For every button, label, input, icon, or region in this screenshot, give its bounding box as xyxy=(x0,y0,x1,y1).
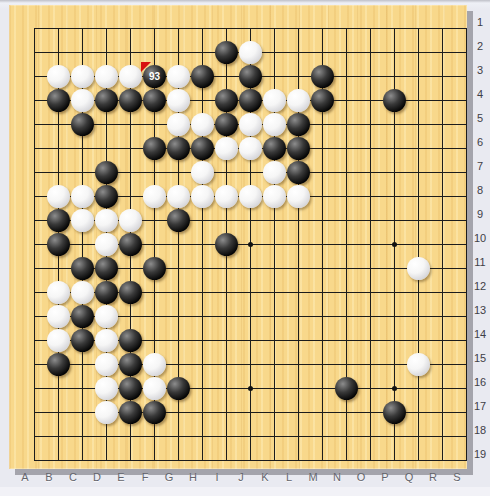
stone-black-M3 xyxy=(311,65,334,88)
stone-white-Q15 xyxy=(407,353,430,376)
stone-white-J2 xyxy=(239,41,262,64)
row-label-18: 18 xyxy=(471,424,489,436)
stone-black-M4 xyxy=(311,89,334,112)
go-board-window: 93 ABCDEFGHIJKLMNOPQRS 12345678910111213… xyxy=(0,0,490,496)
column-label-C: C xyxy=(65,471,81,483)
row-label-13: 13 xyxy=(471,304,489,316)
stone-black-I2 xyxy=(215,41,238,64)
grid-line-horizontal xyxy=(34,436,467,437)
column-label-N: N xyxy=(329,471,345,483)
go-board: 93 xyxy=(9,5,467,469)
stone-black-E16 xyxy=(119,377,142,400)
stone-black-I4 xyxy=(215,89,238,112)
grid-line-vertical xyxy=(466,28,467,461)
column-label-H: H xyxy=(185,471,201,483)
stone-white-D16 xyxy=(95,377,118,400)
stone-white-K4 xyxy=(263,89,286,112)
stone-black-D7 xyxy=(95,161,118,184)
stone-white-C8 xyxy=(71,185,94,208)
stone-black-J4 xyxy=(239,89,262,112)
star-point-J10 xyxy=(248,242,253,247)
column-label-G: G xyxy=(161,471,177,483)
row-label-4: 4 xyxy=(471,88,489,100)
stone-white-G8 xyxy=(167,185,190,208)
row-label-9: 9 xyxy=(471,208,489,220)
column-label-P: P xyxy=(377,471,393,483)
stone-white-G4 xyxy=(167,89,190,112)
row-label-1: 1 xyxy=(471,16,489,28)
stone-black-G9 xyxy=(167,209,190,232)
column-label-O: O xyxy=(353,471,369,483)
stone-white-D17 xyxy=(95,401,118,424)
stone-black-F3: 93 xyxy=(143,65,166,88)
stone-white-D13 xyxy=(95,305,118,328)
stone-black-K6 xyxy=(263,137,286,160)
stone-black-C13 xyxy=(71,305,94,328)
stone-black-L6 xyxy=(287,137,310,160)
stone-black-I10 xyxy=(215,233,238,256)
stone-white-F16 xyxy=(143,377,166,400)
row-label-11: 11 xyxy=(471,256,489,268)
stone-black-D11 xyxy=(95,257,118,280)
stone-white-H7 xyxy=(191,161,214,184)
stone-black-F11 xyxy=(143,257,166,280)
row-label-17: 17 xyxy=(471,400,489,412)
row-label-5: 5 xyxy=(471,112,489,124)
stone-black-P4 xyxy=(383,89,406,112)
stone-black-B10 xyxy=(47,233,70,256)
column-label-J: J xyxy=(233,471,249,483)
column-label-K: K xyxy=(257,471,273,483)
stone-black-E10 xyxy=(119,233,142,256)
column-label-R: R xyxy=(425,471,441,483)
stone-black-H6 xyxy=(191,137,214,160)
stone-white-D10 xyxy=(95,233,118,256)
column-label-M: M xyxy=(305,471,321,483)
column-label-A: A xyxy=(17,471,33,483)
row-label-7: 7 xyxy=(471,160,489,172)
stone-white-L4 xyxy=(287,89,310,112)
stone-white-B8 xyxy=(47,185,70,208)
stone-white-H5 xyxy=(191,113,214,136)
stone-black-D4 xyxy=(95,89,118,112)
stone-white-E9 xyxy=(119,209,142,232)
stone-white-F15 xyxy=(143,353,166,376)
stone-white-K8 xyxy=(263,185,286,208)
column-label-Q: Q xyxy=(401,471,417,483)
stone-black-B4 xyxy=(47,89,70,112)
stone-black-E15 xyxy=(119,353,142,376)
stone-white-D9 xyxy=(95,209,118,232)
stone-white-J6 xyxy=(239,137,262,160)
stone-black-G6 xyxy=(167,137,190,160)
row-label-10: 10 xyxy=(471,232,489,244)
stone-white-J8 xyxy=(239,185,262,208)
stone-white-C3 xyxy=(71,65,94,88)
column-label-F: F xyxy=(137,471,153,483)
stone-white-J5 xyxy=(239,113,262,136)
stone-white-C9 xyxy=(71,209,94,232)
stone-black-G16 xyxy=(167,377,190,400)
stone-black-F4 xyxy=(143,89,166,112)
stone-white-L8 xyxy=(287,185,310,208)
stone-white-D15 xyxy=(95,353,118,376)
stone-white-C4 xyxy=(71,89,94,112)
stone-white-G5 xyxy=(167,113,190,136)
row-label-12: 12 xyxy=(471,280,489,292)
stone-black-H3 xyxy=(191,65,214,88)
stone-black-B15 xyxy=(47,353,70,376)
stone-white-G3 xyxy=(167,65,190,88)
move-number-label: 93 xyxy=(143,65,166,88)
row-label-8: 8 xyxy=(471,184,489,196)
stone-white-F8 xyxy=(143,185,166,208)
row-label-2: 2 xyxy=(471,40,489,52)
row-label-19: 19 xyxy=(471,448,489,460)
stone-black-I5 xyxy=(215,113,238,136)
grid-line-vertical xyxy=(370,28,371,461)
column-label-I: I xyxy=(209,471,225,483)
stone-white-B12 xyxy=(47,281,70,304)
column-label-E: E xyxy=(113,471,129,483)
column-label-S: S xyxy=(449,471,465,483)
row-label-6: 6 xyxy=(471,136,489,148)
column-label-L: L xyxy=(281,471,297,483)
stone-black-F6 xyxy=(143,137,166,160)
stone-white-E3 xyxy=(119,65,142,88)
column-label-D: D xyxy=(89,471,105,483)
stone-black-P17 xyxy=(383,401,406,424)
star-point-P10 xyxy=(392,242,397,247)
star-point-J16 xyxy=(248,386,253,391)
column-label-B: B xyxy=(41,471,57,483)
stone-white-D14 xyxy=(95,329,118,352)
stone-black-E12 xyxy=(119,281,142,304)
stone-white-B3 xyxy=(47,65,70,88)
row-label-3: 3 xyxy=(471,64,489,76)
board-grid[interactable]: 93 xyxy=(34,28,467,461)
star-point-P16 xyxy=(392,386,397,391)
stone-black-D12 xyxy=(95,281,118,304)
row-label-15: 15 xyxy=(471,352,489,364)
grid-line-vertical xyxy=(442,28,443,461)
stone-white-I6 xyxy=(215,137,238,160)
stone-white-B13 xyxy=(47,305,70,328)
window-edge xyxy=(0,487,490,496)
stone-black-D8 xyxy=(95,185,118,208)
stone-white-I8 xyxy=(215,185,238,208)
stone-white-K5 xyxy=(263,113,286,136)
stone-black-L7 xyxy=(287,161,310,184)
stone-black-C14 xyxy=(71,329,94,352)
stone-white-Q11 xyxy=(407,257,430,280)
grid-line-vertical xyxy=(418,28,419,461)
row-label-14: 14 xyxy=(471,328,489,340)
stone-black-F17 xyxy=(143,401,166,424)
stone-black-N16 xyxy=(335,377,358,400)
stone-black-J3 xyxy=(239,65,262,88)
stone-black-B9 xyxy=(47,209,70,232)
stone-black-E14 xyxy=(119,329,142,352)
stone-white-C12 xyxy=(71,281,94,304)
stone-black-L5 xyxy=(287,113,310,136)
stone-black-C11 xyxy=(71,257,94,280)
stone-white-B14 xyxy=(47,329,70,352)
grid-line-horizontal xyxy=(34,460,467,461)
stone-white-H8 xyxy=(191,185,214,208)
stone-black-E17 xyxy=(119,401,142,424)
stone-black-C5 xyxy=(71,113,94,136)
row-label-16: 16 xyxy=(471,376,489,388)
stone-white-K7 xyxy=(263,161,286,184)
stone-black-E4 xyxy=(119,89,142,112)
stone-white-D3 xyxy=(95,65,118,88)
